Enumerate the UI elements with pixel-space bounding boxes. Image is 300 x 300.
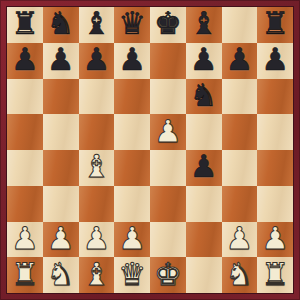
- square-h7[interactable]: ♟: [257, 43, 293, 79]
- black-pawn: ♟: [225, 44, 253, 75]
- square-b2[interactable]: ♟: [43, 222, 79, 258]
- square-f2[interactable]: [186, 222, 222, 258]
- square-b6[interactable]: [43, 79, 79, 115]
- black-pawn: ♟: [190, 151, 218, 182]
- square-c2[interactable]: ♟: [79, 222, 115, 258]
- square-c8[interactable]: ♝: [79, 7, 115, 43]
- white-pawn: ♟: [47, 223, 75, 254]
- black-pawn: ♟: [82, 44, 110, 75]
- square-h1[interactable]: ♜: [257, 257, 293, 293]
- square-h5[interactable]: [257, 114, 293, 150]
- square-h6[interactable]: [257, 79, 293, 115]
- square-b3[interactable]: [43, 186, 79, 222]
- black-rook: ♜: [11, 8, 39, 39]
- white-bishop: ♝: [82, 259, 110, 290]
- white-king: ♚: [154, 259, 182, 290]
- square-e3[interactable]: [150, 186, 186, 222]
- square-d6[interactable]: [114, 79, 150, 115]
- black-knight: ♞: [190, 80, 218, 111]
- white-pawn: ♟: [11, 223, 39, 254]
- square-a8[interactable]: ♜: [7, 7, 43, 43]
- black-bishop: ♝: [82, 8, 110, 39]
- square-a6[interactable]: [7, 79, 43, 115]
- square-c4[interactable]: ♝: [79, 150, 115, 186]
- black-knight: ♞: [47, 8, 75, 39]
- square-d5[interactable]: [114, 114, 150, 150]
- square-g4[interactable]: [222, 150, 258, 186]
- square-h2[interactable]: ♟: [257, 222, 293, 258]
- white-pawn: ♟: [225, 223, 253, 254]
- square-f3[interactable]: [186, 186, 222, 222]
- square-e7[interactable]: [150, 43, 186, 79]
- white-pawn: ♟: [154, 116, 182, 147]
- white-pawn: ♟: [118, 223, 146, 254]
- black-rook: ♜: [261, 8, 289, 39]
- square-d4[interactable]: [114, 150, 150, 186]
- square-c1[interactable]: ♝: [79, 257, 115, 293]
- square-e8[interactable]: ♚: [150, 7, 186, 43]
- square-d2[interactable]: ♟: [114, 222, 150, 258]
- square-g7[interactable]: ♟: [222, 43, 258, 79]
- square-a7[interactable]: ♟: [7, 43, 43, 79]
- white-pawn: ♟: [261, 223, 289, 254]
- black-pawn: ♟: [11, 44, 39, 75]
- square-f5[interactable]: [186, 114, 222, 150]
- square-b5[interactable]: [43, 114, 79, 150]
- white-knight: ♞: [225, 259, 253, 290]
- black-pawn: ♟: [190, 44, 218, 75]
- square-b8[interactable]: ♞: [43, 7, 79, 43]
- black-king: ♚: [154, 8, 182, 39]
- square-d7[interactable]: ♟: [114, 43, 150, 79]
- square-a4[interactable]: [7, 150, 43, 186]
- chess-board-frame: ♜♞♝♛♚♝♜♟♟♟♟♟♟♟♞♟♝♟♟♟♟♟♟♟♜♞♝♛♚♞♜: [0, 0, 300, 300]
- square-f6[interactable]: ♞: [186, 79, 222, 115]
- white-pawn: ♟: [82, 223, 110, 254]
- square-e2[interactable]: [150, 222, 186, 258]
- white-queen: ♛: [118, 259, 146, 290]
- square-a3[interactable]: [7, 186, 43, 222]
- square-c6[interactable]: [79, 79, 115, 115]
- square-c3[interactable]: [79, 186, 115, 222]
- white-rook: ♜: [261, 259, 289, 290]
- square-a5[interactable]: [7, 114, 43, 150]
- square-b1[interactable]: ♞: [43, 257, 79, 293]
- square-a1[interactable]: ♜: [7, 257, 43, 293]
- black-queen: ♛: [118, 8, 146, 39]
- square-e6[interactable]: [150, 79, 186, 115]
- square-g8[interactable]: [222, 7, 258, 43]
- chess-board: ♜♞♝♛♚♝♜♟♟♟♟♟♟♟♞♟♝♟♟♟♟♟♟♟♜♞♝♛♚♞♜: [7, 7, 293, 293]
- square-g2[interactable]: ♟: [222, 222, 258, 258]
- square-h3[interactable]: [257, 186, 293, 222]
- square-g3[interactable]: [222, 186, 258, 222]
- black-pawn: ♟: [118, 44, 146, 75]
- square-d8[interactable]: ♛: [114, 7, 150, 43]
- square-c7[interactable]: ♟: [79, 43, 115, 79]
- white-bishop: ♝: [82, 151, 110, 182]
- black-pawn: ♟: [47, 44, 75, 75]
- square-b4[interactable]: [43, 150, 79, 186]
- black-bishop: ♝: [190, 8, 218, 39]
- square-h4[interactable]: [257, 150, 293, 186]
- square-f4[interactable]: ♟: [186, 150, 222, 186]
- square-h8[interactable]: ♜: [257, 7, 293, 43]
- square-d1[interactable]: ♛: [114, 257, 150, 293]
- white-rook: ♜: [11, 259, 39, 290]
- square-c5[interactable]: [79, 114, 115, 150]
- square-e5[interactable]: ♟: [150, 114, 186, 150]
- black-pawn: ♟: [261, 44, 289, 75]
- square-f7[interactable]: ♟: [186, 43, 222, 79]
- square-d3[interactable]: [114, 186, 150, 222]
- square-f8[interactable]: ♝: [186, 7, 222, 43]
- square-g6[interactable]: [222, 79, 258, 115]
- square-g5[interactable]: [222, 114, 258, 150]
- square-e1[interactable]: ♚: [150, 257, 186, 293]
- square-g1[interactable]: ♞: [222, 257, 258, 293]
- square-b7[interactable]: ♟: [43, 43, 79, 79]
- white-knight: ♞: [47, 259, 75, 290]
- square-f1[interactable]: [186, 257, 222, 293]
- square-e4[interactable]: [150, 150, 186, 186]
- square-a2[interactable]: ♟: [7, 222, 43, 258]
